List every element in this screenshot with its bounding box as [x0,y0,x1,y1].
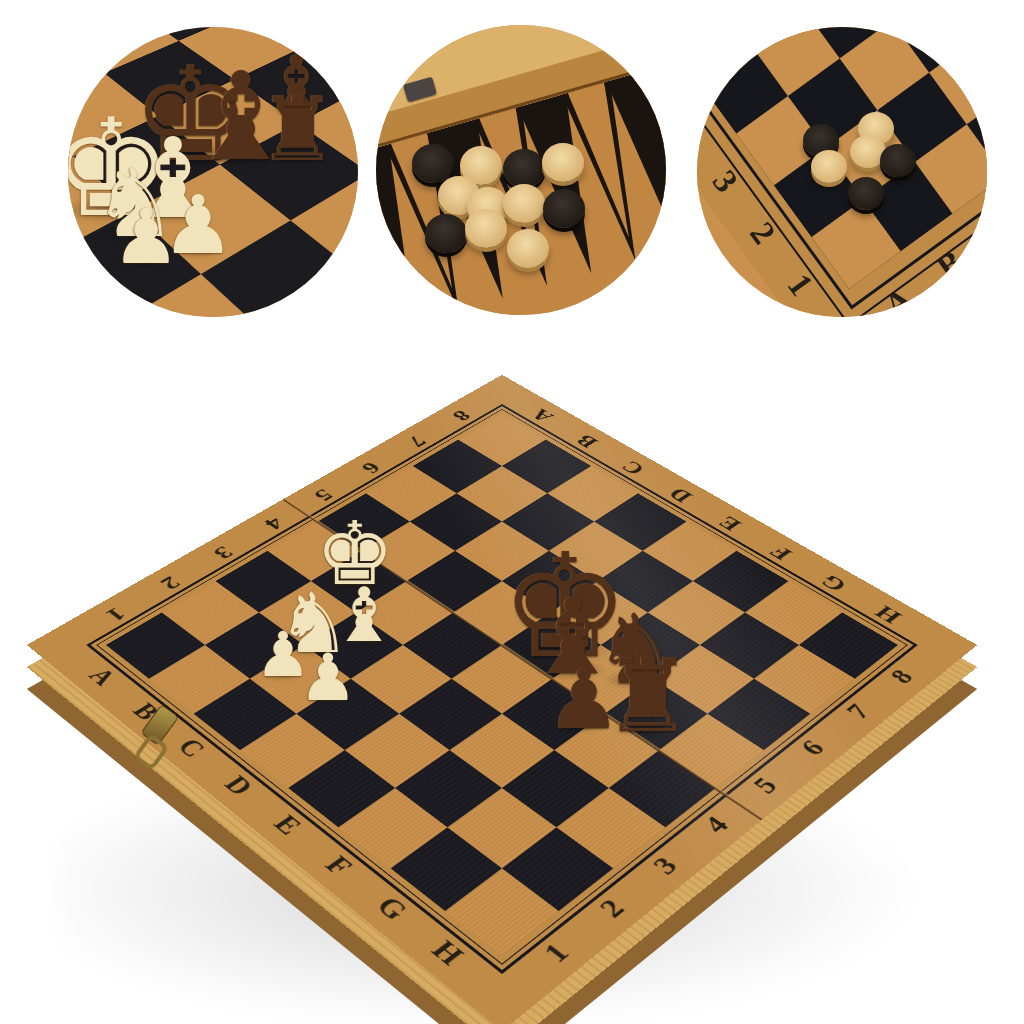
piece-shadow [602,671,669,689]
piece-shadow [323,572,384,589]
piece-shadow [265,148,328,165]
product-photo-page: E ♝♚♝♜♚♝♞♟♟ 321AB [0,0,1024,1024]
piece-shadow [337,632,388,646]
piece-shadow [612,718,681,737]
piece-shadow [118,253,171,268]
piece-shadow [305,691,350,703]
piece-shadow [100,224,167,242]
piece-shadow [535,660,607,680]
